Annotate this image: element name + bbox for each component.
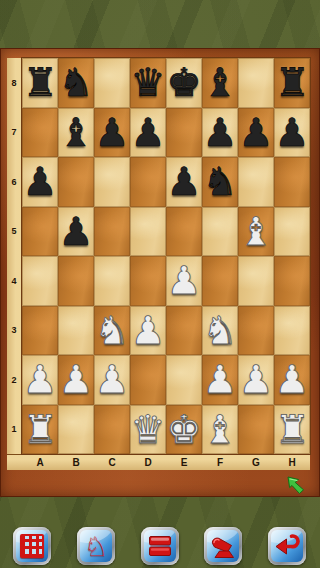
square-b1[interactable] [58,405,94,455]
square-c1[interactable] [94,405,130,455]
square-e1[interactable]: ♚ [166,405,202,455]
rank-label-8: 8 [7,58,21,108]
square-h2[interactable]: ♟ [274,355,310,405]
rank-labels: 87654321 [7,58,22,454]
rank-label-1: 1 [7,405,21,455]
file-label-h: H [274,455,310,470]
square-e2[interactable] [166,355,202,405]
square-b4[interactable] [58,256,94,306]
square-h4[interactable] [274,256,310,306]
square-b6[interactable] [58,157,94,207]
rank-label-3: 3 [7,306,21,356]
board-frame: 87654321 ABCDEFGH ♜♞♛♚♝♜♝♟♟♟♟♟♟♟♞♟♝♟♞♟♞♟… [0,48,320,497]
square-b3[interactable] [58,306,94,356]
piece-black-pawn[interactable]: ♟ [94,108,130,158]
hint-arrow-icon [286,474,307,495]
square-e8[interactable]: ♚ [166,58,202,108]
board-grid-icon [20,534,44,558]
square-g5[interactable]: ♝ [238,207,274,257]
file-label-b: B [58,455,94,470]
rank-label-2: 2 [7,355,21,405]
corner-spacer [7,455,22,470]
piece-black-knight[interactable]: ♞ [58,58,94,108]
square-g4[interactable] [238,256,274,306]
piece-black-pawn[interactable]: ♟ [166,157,202,207]
square-f8[interactable]: ♝ [202,58,238,108]
chess-app-screen: { "game": "chess", "position": { "fen": … [0,0,320,568]
square-b8[interactable]: ♞ [58,58,94,108]
file-label-g: G [238,455,274,470]
square-a6[interactable]: ♟ [22,157,58,207]
square-b7[interactable]: ♝ [58,108,94,158]
square-f2[interactable]: ♟ [202,355,238,405]
rank-label-4: 4 [7,256,21,306]
square-c7[interactable]: ♟ [94,108,130,158]
file-label-d: D [130,455,166,470]
piece-white-bishop[interactable]: ♝ [202,405,238,455]
undo-arrow-icon [273,532,301,560]
square-a4[interactable] [22,256,58,306]
piece-black-knight[interactable]: ♞ [202,157,238,207]
square-h5[interactable] [274,207,310,257]
square-c6[interactable] [94,157,130,207]
knight-button[interactable]: ♘ [77,527,115,565]
square-e3[interactable] [166,306,202,356]
square-h1[interactable]: ♜ [274,405,310,455]
square-e6[interactable]: ♟ [166,157,202,207]
board-grid-button[interactable] [13,527,51,565]
square-e5[interactable] [166,207,202,257]
undo-arrow-button[interactable] [268,527,306,565]
square-d3[interactable]: ♟ [130,306,166,356]
file-label-a: A [22,455,58,470]
square-c8[interactable] [94,58,130,108]
piece-black-rook[interactable]: ♜ [22,58,58,108]
toolbar: ♘ [0,527,320,565]
rank-label-7: 7 [7,108,21,158]
piece-black-pawn[interactable]: ♟ [58,207,94,257]
square-d8[interactable]: ♛ [130,58,166,108]
board-squares: ♜♞♛♚♝♜♝♟♟♟♟♟♟♟♞♟♝♟♞♟♞♟♟♟♟♟♟♜♛♚♝♜ [22,58,310,454]
board-grid-button-face [16,530,48,562]
knight-icon: ♘ [84,533,108,560]
square-a7[interactable] [22,108,58,158]
square-b5[interactable]: ♟ [58,207,94,257]
piece-white-rook[interactable]: ♜ [22,405,58,455]
square-h8[interactable]: ♜ [274,58,310,108]
square-h3[interactable] [274,306,310,356]
square-a2[interactable]: ♟ [22,355,58,405]
rank-label-6: 6 [7,157,21,207]
piece-white-rook[interactable]: ♜ [274,405,310,455]
horizontal-bars-icon [147,533,173,559]
square-c4[interactable] [94,256,130,306]
square-d1[interactable]: ♛ [130,405,166,455]
square-a3[interactable] [22,306,58,356]
square-d5[interactable] [130,207,166,257]
piece-black-pawn[interactable]: ♟ [202,108,238,158]
square-a8[interactable]: ♜ [22,58,58,108]
square-f4[interactable] [202,256,238,306]
square-e7[interactable] [166,108,202,158]
square-h7[interactable]: ♟ [274,108,310,158]
square-g6[interactable] [238,157,274,207]
file-label-c: C [94,455,130,470]
piece-black-queen[interactable]: ♛ [130,58,166,108]
square-g3[interactable] [238,306,274,356]
piece-white-knight[interactable]: ♞ [202,306,238,356]
square-g1[interactable] [238,405,274,455]
fallen-pieces-button-face [207,530,239,562]
square-d2[interactable] [130,355,166,405]
piece-white-pawn[interactable]: ♟ [94,355,130,405]
piece-black-bishop[interactable]: ♝ [202,58,238,108]
file-label-f: F [202,455,238,470]
knight-button-face: ♘ [80,530,112,562]
horizontal-bars-button-face [144,530,176,562]
piece-white-pawn[interactable]: ♟ [238,355,274,405]
square-g7[interactable]: ♟ [238,108,274,158]
fallen-pieces-button[interactable] [204,527,242,565]
piece-black-bishop[interactable]: ♝ [58,108,94,158]
square-a1[interactable]: ♜ [22,405,58,455]
square-c2[interactable]: ♟ [94,355,130,405]
piece-white-queen[interactable]: ♛ [130,405,166,455]
fallen-pieces-icon [209,532,237,560]
square-d6[interactable] [130,157,166,207]
square-g8[interactable] [238,58,274,108]
square-e4[interactable]: ♟ [166,256,202,306]
square-c3[interactable]: ♞ [94,306,130,356]
square-g2[interactable]: ♟ [238,355,274,405]
square-b2[interactable]: ♟ [58,355,94,405]
piece-white-pawn[interactable]: ♟ [58,355,94,405]
piece-white-knight[interactable]: ♞ [94,306,130,356]
square-f6[interactable]: ♞ [202,157,238,207]
piece-white-pawn[interactable]: ♟ [130,306,166,356]
square-f3[interactable]: ♞ [202,306,238,356]
piece-black-pawn[interactable]: ♟ [22,157,58,207]
square-h6[interactable] [274,157,310,207]
square-f1[interactable]: ♝ [202,405,238,455]
piece-black-pawn[interactable]: ♟ [238,108,274,158]
piece-black-pawn[interactable]: ♟ [130,108,166,158]
piece-black-rook[interactable]: ♜ [274,58,310,108]
square-d4[interactable] [130,256,166,306]
file-labels: ABCDEFGH [7,454,310,470]
piece-white-pawn[interactable]: ♟ [22,355,58,405]
horizontal-bars-button[interactable] [141,527,179,565]
square-a5[interactable] [22,207,58,257]
file-label-e: E [166,455,202,470]
piece-white-bishop[interactable]: ♝ [238,207,274,257]
piece-white-pawn[interactable]: ♟ [166,256,202,306]
piece-black-pawn[interactable]: ♟ [274,108,310,158]
piece-black-king[interactable]: ♚ [166,58,202,108]
rank-label-5: 5 [7,207,21,257]
piece-white-pawn[interactable]: ♟ [274,355,310,405]
square-d7[interactable]: ♟ [130,108,166,158]
square-f7[interactable]: ♟ [202,108,238,158]
square-f5[interactable] [202,207,238,257]
piece-white-king[interactable]: ♚ [166,405,202,455]
undo-arrow-icon-face [271,530,303,562]
square-c5[interactable] [94,207,130,257]
piece-white-pawn[interactable]: ♟ [202,355,238,405]
